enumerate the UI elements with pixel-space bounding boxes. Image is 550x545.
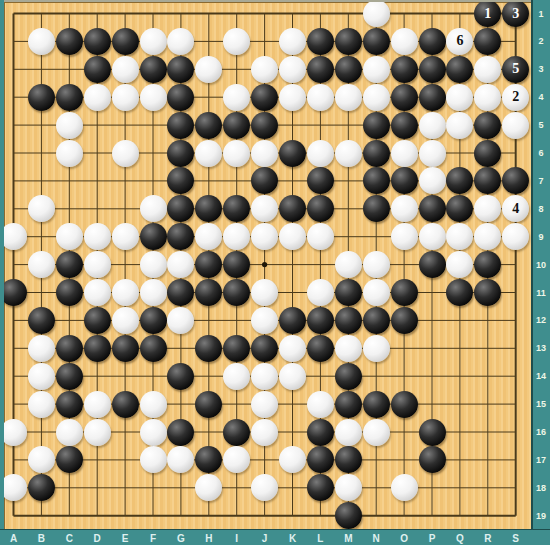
stone-white-K4[interactable]: [279, 84, 306, 111]
left-edge-strip: [0, 0, 4, 545]
stone-black-K12[interactable]: [279, 307, 306, 334]
row-label-10: 10: [534, 260, 548, 270]
stone-black-L8[interactable]: [307, 195, 334, 222]
stone-black-G14[interactable]: [167, 363, 194, 390]
stone-white-O2[interactable]: [391, 28, 418, 55]
row-label-6: 6: [534, 148, 548, 158]
stone-black-N12[interactable]: [363, 307, 390, 334]
stone-white-P6[interactable]: [419, 140, 446, 167]
stone-black-P17[interactable]: [419, 446, 446, 473]
stone-white-F16[interactable]: [140, 419, 167, 446]
stone-white-H3[interactable]: [195, 56, 222, 83]
column-label-C: C: [59, 533, 79, 544]
stone-white-F11[interactable]: [140, 279, 167, 306]
stone-white-M13[interactable]: [335, 335, 362, 362]
stone-black-D2[interactable]: [84, 28, 111, 55]
stone-white-S4[interactable]: 2: [502, 84, 529, 111]
stone-black-H13[interactable]: [195, 335, 222, 362]
stone-white-N4[interactable]: [363, 84, 390, 111]
stone-black-F9[interactable]: [140, 223, 167, 250]
stone-black-P2[interactable]: [419, 28, 446, 55]
stone-black-J4[interactable]: [251, 84, 278, 111]
stone-white-M10[interactable]: [335, 251, 362, 278]
move-number-label: 1: [484, 6, 491, 22]
stone-white-L15[interactable]: [307, 391, 334, 418]
stone-black-G5[interactable]: [167, 112, 194, 139]
stone-white-L11[interactable]: [307, 279, 334, 306]
stone-black-C13[interactable]: [56, 335, 83, 362]
stone-black-N6[interactable]: [363, 140, 390, 167]
stone-black-E15[interactable]: [112, 391, 139, 418]
stone-white-I4[interactable]: [223, 84, 250, 111]
column-label-J: J: [255, 533, 275, 544]
stone-black-G16[interactable]: [167, 419, 194, 446]
stone-white-J11[interactable]: [251, 279, 278, 306]
column-label-K: K: [283, 533, 303, 544]
stone-white-N1[interactable]: [363, 0, 390, 27]
stone-white-Q4[interactable]: [446, 84, 473, 111]
stone-white-E11[interactable]: [112, 279, 139, 306]
stone-black-S3[interactable]: 5: [502, 56, 529, 83]
star-point-J10: [262, 262, 267, 267]
stone-black-I13[interactable]: [223, 335, 250, 362]
stone-white-D9[interactable]: [84, 223, 111, 250]
stone-white-H6[interactable]: [195, 140, 222, 167]
stone-white-M16[interactable]: [335, 419, 362, 446]
stone-white-C5[interactable]: [56, 112, 83, 139]
stone-black-O12[interactable]: [391, 307, 418, 334]
stone-white-I14[interactable]: [223, 363, 250, 390]
column-coordinates-band: ABCDEFGHIJKLMNOPQRS: [0, 529, 550, 545]
stone-white-L4[interactable]: [307, 84, 334, 111]
stone-black-H15[interactable]: [195, 391, 222, 418]
row-label-4: 4: [534, 92, 548, 102]
stone-black-J5[interactable]: [251, 112, 278, 139]
stone-white-J14[interactable]: [251, 363, 278, 390]
stone-black-O3[interactable]: [391, 56, 418, 83]
row-label-15: 15: [534, 399, 548, 409]
stone-black-F12[interactable]: [140, 307, 167, 334]
stone-white-Q5[interactable]: [446, 112, 473, 139]
stone-white-N13[interactable]: [363, 335, 390, 362]
stone-black-H5[interactable]: [195, 112, 222, 139]
row-label-13: 13: [534, 343, 548, 353]
stone-white-F2[interactable]: [140, 28, 167, 55]
row-label-19: 19: [534, 511, 548, 521]
stone-white-J16[interactable]: [251, 419, 278, 446]
stone-white-O8[interactable]: [391, 195, 418, 222]
stone-white-J15[interactable]: [251, 391, 278, 418]
stone-black-L16[interactable]: [307, 419, 334, 446]
stone-white-D11[interactable]: [84, 279, 111, 306]
column-label-B: B: [31, 533, 51, 544]
row-label-7: 7: [534, 176, 548, 186]
stone-black-S1[interactable]: 3: [502, 0, 529, 27]
column-label-D: D: [87, 533, 107, 544]
stone-black-B18[interactable]: [28, 474, 55, 501]
row-label-12: 12: [534, 315, 548, 325]
stone-white-N16[interactable]: [363, 419, 390, 446]
stone-black-L12[interactable]: [307, 307, 334, 334]
stone-black-C10[interactable]: [56, 251, 83, 278]
row-label-1: 1: [534, 9, 548, 19]
stone-black-N2[interactable]: [363, 28, 390, 55]
stone-white-F17[interactable]: [140, 446, 167, 473]
stone-black-N8[interactable]: [363, 195, 390, 222]
column-label-L: L: [310, 533, 330, 544]
stone-white-F10[interactable]: [140, 251, 167, 278]
stone-white-K2[interactable]: [279, 28, 306, 55]
column-label-I: I: [227, 533, 247, 544]
stone-black-M2[interactable]: [335, 28, 362, 55]
column-label-O: O: [394, 533, 414, 544]
row-label-9: 9: [534, 232, 548, 242]
stone-white-E12[interactable]: [112, 307, 139, 334]
move-number-label: 3: [512, 6, 519, 22]
stone-white-J12[interactable]: [251, 307, 278, 334]
row-label-11: 11: [534, 288, 548, 298]
stone-black-D13[interactable]: [84, 335, 111, 362]
stone-white-J6[interactable]: [251, 140, 278, 167]
stone-black-L2[interactable]: [307, 28, 334, 55]
column-label-S: S: [506, 533, 526, 544]
stone-black-C14[interactable]: [56, 363, 83, 390]
stone-white-E3[interactable]: [112, 56, 139, 83]
stone-black-O7[interactable]: [391, 167, 418, 194]
stone-black-C4[interactable]: [56, 84, 83, 111]
stone-black-L3[interactable]: [307, 56, 334, 83]
stone-white-K3[interactable]: [279, 56, 306, 83]
row-label-5: 5: [534, 120, 548, 130]
stone-black-F13[interactable]: [140, 335, 167, 362]
stone-black-B4[interactable]: [28, 84, 55, 111]
stone-black-R2[interactable]: [474, 28, 501, 55]
stone-white-K9[interactable]: [279, 223, 306, 250]
stone-white-I2[interactable]: [223, 28, 250, 55]
stone-white-P9[interactable]: [419, 223, 446, 250]
move-number-label: 6: [456, 33, 463, 49]
stone-white-S5[interactable]: [502, 112, 529, 139]
stone-black-M19[interactable]: [335, 502, 362, 529]
row-label-17: 17: [534, 455, 548, 465]
stone-white-D16[interactable]: [84, 419, 111, 446]
column-label-H: H: [199, 533, 219, 544]
column-label-P: P: [422, 533, 442, 544]
stone-white-C6[interactable]: [56, 140, 83, 167]
row-label-16: 16: [534, 427, 548, 437]
stone-white-L6[interactable]: [307, 140, 334, 167]
move-number-label: 5: [512, 61, 519, 77]
row-label-14: 14: [534, 371, 548, 381]
stone-black-I5[interactable]: [223, 112, 250, 139]
stone-white-K13[interactable]: [279, 335, 306, 362]
move-number-label: 2: [512, 89, 519, 105]
stone-white-P5[interactable]: [419, 112, 446, 139]
row-label-3: 3: [534, 64, 548, 74]
stone-black-E13[interactable]: [112, 335, 139, 362]
column-label-G: G: [171, 533, 191, 544]
move-number-label: 4: [512, 201, 519, 217]
stone-white-A16[interactable]: [0, 419, 27, 446]
row-label-18: 18: [534, 483, 548, 493]
stone-black-M14[interactable]: [335, 363, 362, 390]
stone-black-I11[interactable]: [223, 279, 250, 306]
stone-black-P10[interactable]: [419, 251, 446, 278]
stone-white-B10[interactable]: [28, 251, 55, 278]
stone-black-R6[interactable]: [474, 140, 501, 167]
stone-white-N11[interactable]: [363, 279, 390, 306]
stone-black-M11[interactable]: [335, 279, 362, 306]
stone-black-C17[interactable]: [56, 446, 83, 473]
stone-white-D15[interactable]: [84, 391, 111, 418]
stone-black-N5[interactable]: [363, 112, 390, 139]
stone-black-L18[interactable]: [307, 474, 334, 501]
stone-white-O9[interactable]: [391, 223, 418, 250]
go-app-window: 136524 12345678910111213141516171819 ABC…: [0, 0, 550, 545]
stone-black-F3[interactable]: [140, 56, 167, 83]
stone-white-C16[interactable]: [56, 419, 83, 446]
column-label-F: F: [143, 533, 163, 544]
stone-white-O18[interactable]: [391, 474, 418, 501]
stone-black-N15[interactable]: [363, 391, 390, 418]
stone-white-C9[interactable]: [56, 223, 83, 250]
column-label-A: A: [4, 533, 24, 544]
row-coordinates-band: 12345678910111213141516171819: [531, 0, 550, 545]
stone-white-B15[interactable]: [28, 391, 55, 418]
stone-black-M17[interactable]: [335, 446, 362, 473]
stone-black-G4[interactable]: [167, 84, 194, 111]
stone-black-C11[interactable]: [56, 279, 83, 306]
column-label-N: N: [366, 533, 386, 544]
stone-black-P8[interactable]: [419, 195, 446, 222]
stone-white-M4[interactable]: [335, 84, 362, 111]
stone-black-E2[interactable]: [112, 28, 139, 55]
stone-white-M18[interactable]: [335, 474, 362, 501]
stone-black-Q3[interactable]: [446, 56, 473, 83]
stone-black-O15[interactable]: [391, 391, 418, 418]
stone-white-P7[interactable]: [419, 167, 446, 194]
stone-white-K14[interactable]: [279, 363, 306, 390]
stone-black-R5[interactable]: [474, 112, 501, 139]
stone-white-B13[interactable]: [28, 335, 55, 362]
stone-white-R3[interactable]: [474, 56, 501, 83]
stone-white-R4[interactable]: [474, 84, 501, 111]
stone-black-G3[interactable]: [167, 56, 194, 83]
top-edge-line: [0, 0, 550, 2]
stone-white-B8[interactable]: [28, 195, 55, 222]
stone-black-I16[interactable]: [223, 419, 250, 446]
stone-white-E9[interactable]: [112, 223, 139, 250]
column-label-Q: Q: [450, 533, 470, 544]
stone-black-K6[interactable]: [279, 140, 306, 167]
stone-white-I6[interactable]: [223, 140, 250, 167]
stone-white-O6[interactable]: [391, 140, 418, 167]
stone-black-P4[interactable]: [419, 84, 446, 111]
stone-black-G6[interactable]: [167, 140, 194, 167]
stone-black-M12[interactable]: [335, 307, 362, 334]
stone-white-L9[interactable]: [307, 223, 334, 250]
stone-white-F4[interactable]: [140, 84, 167, 111]
stone-white-J3[interactable]: [251, 56, 278, 83]
stone-white-E6[interactable]: [112, 140, 139, 167]
column-label-M: M: [338, 533, 358, 544]
stone-black-M3[interactable]: [335, 56, 362, 83]
stone-black-D12[interactable]: [84, 307, 111, 334]
stone-black-O11[interactable]: [391, 279, 418, 306]
stone-black-L13[interactable]: [307, 335, 334, 362]
stone-white-D10[interactable]: [84, 251, 111, 278]
stone-white-F15[interactable]: [140, 391, 167, 418]
column-label-E: E: [115, 533, 135, 544]
stone-black-N7[interactable]: [363, 167, 390, 194]
stone-black-P16[interactable]: [419, 419, 446, 446]
stone-black-C15[interactable]: [56, 391, 83, 418]
stone-white-F8[interactable]: [140, 195, 167, 222]
stone-black-A11[interactable]: [0, 279, 27, 306]
stone-white-D4[interactable]: [84, 84, 111, 111]
stone-black-J13[interactable]: [251, 335, 278, 362]
stone-white-N10[interactable]: [363, 251, 390, 278]
stone-white-B2[interactable]: [28, 28, 55, 55]
stone-white-B14[interactable]: [28, 363, 55, 390]
stone-black-M15[interactable]: [335, 391, 362, 418]
stone-black-C2[interactable]: [56, 28, 83, 55]
stone-black-O4[interactable]: [391, 84, 418, 111]
row-label-2: 2: [534, 36, 548, 46]
stone-black-B12[interactable]: [28, 307, 55, 334]
stone-white-E4[interactable]: [112, 84, 139, 111]
stone-white-M6[interactable]: [335, 140, 362, 167]
column-label-R: R: [478, 533, 498, 544]
stone-black-P3[interactable]: [419, 56, 446, 83]
row-label-8: 8: [534, 204, 548, 214]
stone-white-N3[interactable]: [363, 56, 390, 83]
stone-black-D3[interactable]: [84, 56, 111, 83]
stone-black-O5[interactable]: [391, 112, 418, 139]
stone-white-A9[interactable]: [0, 223, 27, 250]
